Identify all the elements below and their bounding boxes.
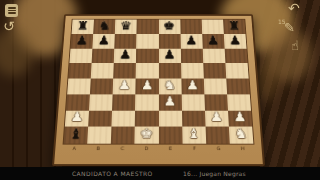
square-d8[interactable] bbox=[137, 20, 159, 34]
chess-board-frame: ♜♞♛♚♜♟♟♟♟♟♟♟♟♟♞♟♟♟♟♟♝♚♝♞ ABCDEFGH bbox=[52, 14, 265, 166]
hint-count-badge: 15 bbox=[278, 19, 286, 25]
square-f1[interactable]: ♝ bbox=[182, 127, 206, 144]
file-label-a: A bbox=[62, 145, 87, 153]
square-f3[interactable] bbox=[181, 94, 204, 110]
square-c4[interactable]: ♟ bbox=[113, 79, 136, 95]
menu-bar bbox=[8, 7, 16, 9]
square-g4[interactable] bbox=[204, 79, 227, 95]
square-g6[interactable] bbox=[202, 48, 225, 63]
square-b6[interactable] bbox=[92, 48, 115, 63]
square-b8[interactable]: ♞ bbox=[93, 20, 115, 34]
square-d1[interactable]: ♚ bbox=[135, 127, 159, 144]
square-a2[interactable]: ♟ bbox=[65, 110, 89, 126]
square-c8[interactable]: ♛ bbox=[115, 20, 137, 34]
white-pawn: ♟ bbox=[186, 79, 199, 92]
black-knight: ♞ bbox=[98, 20, 111, 31]
square-a1[interactable]: ♝ bbox=[64, 127, 89, 144]
black-pawn: ♟ bbox=[76, 34, 89, 46]
square-b1[interactable] bbox=[87, 127, 111, 144]
white-pawn: ♟ bbox=[210, 111, 224, 124]
square-e8[interactable]: ♚ bbox=[159, 20, 181, 34]
white-pawn: ♟ bbox=[70, 111, 84, 124]
square-h6[interactable] bbox=[224, 48, 247, 63]
square-a4[interactable] bbox=[67, 79, 91, 95]
status-bar: CANDIDATO A MAESTRO 16... Juegan Negras bbox=[0, 167, 320, 180]
file-label-e: E bbox=[159, 145, 183, 153]
file-label-g: G bbox=[206, 145, 230, 153]
square-e6[interactable]: ♟ bbox=[159, 48, 181, 63]
square-h7[interactable]: ♟ bbox=[224, 34, 247, 49]
square-g5[interactable] bbox=[203, 63, 226, 78]
square-h1[interactable]: ♞ bbox=[229, 127, 254, 144]
square-a6[interactable] bbox=[69, 48, 92, 63]
square-f5[interactable] bbox=[181, 63, 204, 78]
square-c7[interactable] bbox=[115, 34, 137, 49]
square-e1[interactable] bbox=[159, 127, 183, 144]
file-label-b: B bbox=[86, 145, 110, 153]
square-d6[interactable] bbox=[136, 48, 158, 63]
white-king: ♚ bbox=[140, 128, 153, 142]
square-b5[interactable] bbox=[91, 63, 114, 78]
black-pawn: ♟ bbox=[97, 34, 110, 46]
square-d7[interactable] bbox=[137, 34, 159, 49]
square-h5[interactable] bbox=[225, 63, 248, 78]
white-knight: ♞ bbox=[163, 79, 176, 92]
black-queen: ♛ bbox=[120, 20, 132, 31]
square-c6[interactable]: ♟ bbox=[114, 48, 137, 63]
file-label-d: D bbox=[134, 145, 158, 153]
square-b4[interactable] bbox=[90, 79, 113, 95]
black-king: ♚ bbox=[163, 20, 175, 31]
square-h8[interactable]: ♜ bbox=[223, 20, 246, 34]
square-f6[interactable] bbox=[180, 48, 203, 63]
square-d2[interactable] bbox=[135, 110, 158, 126]
square-a3[interactable] bbox=[66, 94, 90, 110]
black-pawn: ♟ bbox=[163, 49, 175, 61]
move-turn-indicator: 16... Juegan Negras bbox=[183, 170, 246, 177]
black-pawn: ♟ bbox=[119, 49, 132, 61]
square-c1[interactable] bbox=[111, 127, 135, 144]
square-b7[interactable]: ♟ bbox=[93, 34, 116, 49]
square-f8[interactable] bbox=[180, 20, 202, 34]
file-labels: ABCDEFGH bbox=[62, 145, 255, 153]
square-h2[interactable]: ♟ bbox=[228, 110, 252, 126]
square-e5[interactable] bbox=[159, 63, 182, 78]
square-f2[interactable] bbox=[182, 110, 206, 126]
menu-bar bbox=[8, 12, 16, 14]
file-label-f: F bbox=[182, 145, 206, 153]
square-e4[interactable]: ♞ bbox=[159, 79, 182, 95]
square-b2[interactable] bbox=[88, 110, 112, 126]
white-pawn: ♟ bbox=[118, 79, 131, 92]
square-h3[interactable] bbox=[227, 94, 251, 110]
square-g3[interactable] bbox=[204, 94, 228, 110]
white-pawn: ♟ bbox=[164, 95, 177, 108]
white-pawn: ♟ bbox=[141, 79, 154, 92]
black-rook: ♜ bbox=[228, 20, 241, 31]
undo-move-icon[interactable]: ↶ bbox=[288, 1, 300, 15]
black-pawn: ♟ bbox=[185, 34, 198, 46]
menu-button[interactable] bbox=[5, 4, 18, 17]
black-bishop: ♝ bbox=[69, 128, 83, 142]
square-g2[interactable]: ♟ bbox=[205, 110, 229, 126]
square-d5[interactable] bbox=[136, 63, 159, 78]
square-f4[interactable]: ♟ bbox=[181, 79, 204, 95]
square-b3[interactable] bbox=[89, 94, 113, 110]
square-g8[interactable] bbox=[201, 20, 223, 34]
square-c5[interactable] bbox=[113, 63, 136, 78]
square-g1[interactable] bbox=[205, 127, 229, 144]
square-c3[interactable] bbox=[112, 94, 135, 110]
square-f7[interactable]: ♟ bbox=[180, 34, 202, 49]
file-label-c: C bbox=[110, 145, 134, 153]
flip-board-icon[interactable]: ↺ bbox=[3, 19, 15, 33]
square-e2[interactable] bbox=[159, 110, 182, 126]
white-pawn: ♟ bbox=[233, 111, 247, 124]
square-e7[interactable] bbox=[159, 34, 181, 49]
menu-bar bbox=[8, 10, 16, 12]
square-e3[interactable]: ♟ bbox=[159, 94, 182, 110]
black-pawn: ♟ bbox=[229, 34, 242, 46]
square-c2[interactable] bbox=[112, 110, 136, 126]
hint-icon[interactable]: 15 ✎ bbox=[284, 21, 295, 34]
white-knight: ♞ bbox=[234, 128, 248, 142]
square-a5[interactable] bbox=[68, 63, 91, 78]
square-d3[interactable] bbox=[135, 94, 158, 110]
black-pawn: ♟ bbox=[207, 34, 220, 46]
difficulty-level-label: CANDIDATO A MAESTRO bbox=[72, 170, 153, 177]
black-rook: ♜ bbox=[77, 20, 90, 31]
square-g7[interactable]: ♟ bbox=[202, 34, 225, 49]
square-a7[interactable]: ♟ bbox=[71, 34, 94, 49]
square-a8[interactable]: ♜ bbox=[72, 20, 95, 34]
white-bishop: ♝ bbox=[187, 128, 201, 142]
square-h4[interactable] bbox=[226, 79, 250, 95]
board-grid[interactable]: ♜♞♛♚♜♟♟♟♟♟♟♟♟♟♞♟♟♟♟♟♝♚♝♞ bbox=[63, 19, 255, 145]
square-d4[interactable]: ♟ bbox=[136, 79, 159, 95]
file-label-h: H bbox=[230, 145, 255, 153]
tutor-hand-icon[interactable]: ☝ bbox=[291, 39, 299, 52]
